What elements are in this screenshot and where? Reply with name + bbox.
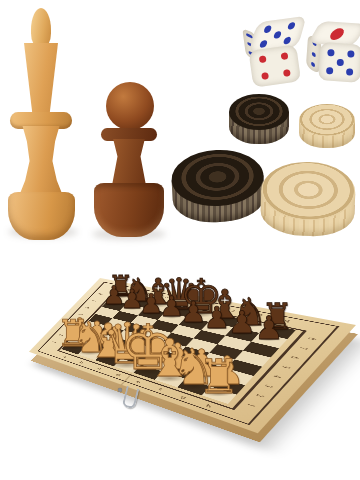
die-pip — [259, 40, 268, 48]
checker-top — [229, 94, 289, 130]
pawn-waist — [111, 139, 147, 185]
die-right-front-face — [318, 42, 360, 83]
checker-light-large — [260, 160, 357, 237]
pawn-base — [94, 183, 164, 237]
clasp-screw — [118, 388, 122, 392]
die-pip — [283, 37, 292, 45]
die-pip — [337, 59, 344, 66]
board-clasp — [116, 386, 138, 412]
die-pip — [287, 21, 296, 29]
piece-white-rook-h1[interactable]: ♜ — [198, 354, 240, 401]
piece-black-pawn-g7[interactable]: ♟ — [228, 307, 256, 338]
die-pip — [312, 51, 316, 57]
die-pip — [346, 68, 353, 75]
die-pip — [282, 69, 290, 77]
die-left-front-face — [248, 44, 301, 87]
die-pip — [326, 67, 333, 74]
product-photo-chess-set: aabbccddeeffgghh1122334455667788 ♜♞♝♛♚♝♞… — [0, 0, 360, 480]
die-pip — [263, 25, 272, 33]
die-pip — [262, 72, 270, 80]
checker-top — [299, 104, 355, 136]
pawn-ball — [106, 82, 154, 130]
die-pip — [328, 27, 347, 39]
showcase-king-piece — [8, 8, 80, 240]
king-base — [8, 192, 75, 240]
piece-black-pawn-h7[interactable]: ♟ — [255, 312, 284, 344]
king-finial — [31, 8, 51, 48]
piece-black-pawn-f7[interactable]: ♟ — [203, 302, 230, 332]
checker-dark-large — [170, 148, 266, 225]
die-pip — [347, 50, 354, 57]
showcase-pawn-piece — [93, 80, 165, 238]
die-pip — [311, 61, 315, 67]
checker-dark-small — [229, 94, 289, 144]
checker-light-small — [299, 104, 355, 148]
king-waist — [19, 126, 63, 196]
die-pip — [327, 49, 334, 56]
die-pip — [273, 31, 282, 39]
die-pip — [259, 56, 267, 64]
king-cone — [16, 43, 66, 115]
die-right — [305, 20, 360, 84]
die-left — [242, 16, 315, 90]
clasp-hook-icon — [122, 386, 140, 410]
die-pip — [280, 53, 288, 61]
